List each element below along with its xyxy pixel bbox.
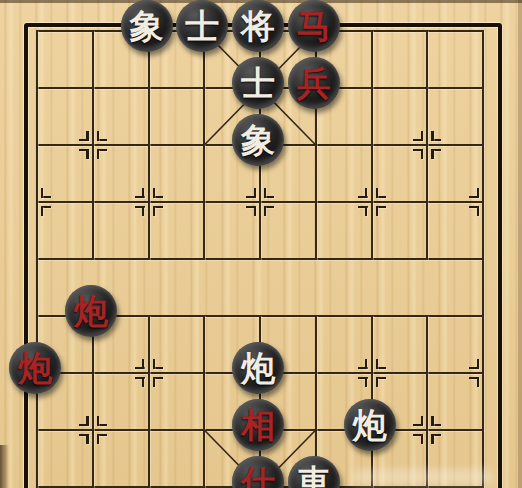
grid-line xyxy=(148,30,150,260)
point-marker xyxy=(86,149,88,159)
point-marker xyxy=(254,188,256,198)
piece-red-cannon[interactable]: 炮 xyxy=(65,285,117,337)
point-marker xyxy=(142,188,144,198)
piece-red-pawn[interactable]: 兵 xyxy=(288,57,340,109)
point-marker xyxy=(365,206,367,216)
grid-line xyxy=(371,30,373,260)
piece-black-general[interactable]: 将 xyxy=(232,0,284,52)
point-marker xyxy=(153,359,155,369)
bottom-left-edge-shade xyxy=(0,445,9,488)
point-marker xyxy=(477,377,479,387)
point-marker xyxy=(153,206,155,216)
point-marker xyxy=(421,416,423,426)
point-marker xyxy=(142,206,144,216)
point-marker xyxy=(97,131,99,141)
point-marker xyxy=(376,377,378,387)
point-marker xyxy=(431,434,433,444)
point-marker xyxy=(142,359,144,369)
point-marker xyxy=(376,188,378,198)
piece-red-elephant[interactable]: 相 xyxy=(232,399,284,451)
point-marker xyxy=(264,206,266,216)
point-marker xyxy=(153,377,155,387)
piece-black-advisor[interactable]: 士 xyxy=(232,57,284,109)
point-marker xyxy=(264,188,266,198)
point-marker xyxy=(254,206,256,216)
piece-black-cannon[interactable]: 炮 xyxy=(344,399,396,451)
point-marker xyxy=(365,377,367,387)
grid-line xyxy=(426,30,428,260)
point-marker xyxy=(97,416,99,426)
point-marker xyxy=(477,206,479,216)
grid-line xyxy=(92,315,94,488)
grid-line xyxy=(426,315,428,488)
point-marker xyxy=(41,188,43,198)
point-marker xyxy=(421,149,423,159)
point-marker xyxy=(376,206,378,216)
point-marker xyxy=(41,206,43,216)
right-edge-shade xyxy=(518,0,522,488)
grid-line xyxy=(148,315,150,488)
xiangqi-board[interactable]: 象士将马士兵象炮炮炮相炮仕車 xyxy=(0,0,522,488)
point-marker xyxy=(477,188,479,198)
point-marker xyxy=(431,149,433,159)
piece-black-advisor[interactable]: 士 xyxy=(176,0,228,52)
point-marker xyxy=(97,434,99,444)
point-marker xyxy=(431,416,433,426)
point-marker xyxy=(365,188,367,198)
piece-black-elephant[interactable]: 象 xyxy=(121,0,173,52)
point-marker xyxy=(142,377,144,387)
point-marker xyxy=(97,149,99,159)
point-marker xyxy=(421,434,423,444)
point-marker xyxy=(86,131,88,141)
point-marker xyxy=(86,416,88,426)
grid-line xyxy=(203,30,205,260)
point-marker xyxy=(431,131,433,141)
piece-black-elephant[interactable]: 象 xyxy=(232,114,284,166)
point-marker xyxy=(477,359,479,369)
point-marker xyxy=(153,188,155,198)
point-marker xyxy=(376,359,378,369)
grid-line xyxy=(92,30,94,260)
point-marker xyxy=(86,434,88,444)
grid-line xyxy=(36,30,38,488)
piece-red-horse[interactable]: 马 xyxy=(288,0,340,52)
point-marker xyxy=(421,131,423,141)
grid-line xyxy=(482,30,484,488)
point-marker xyxy=(365,359,367,369)
piece-black-cannon[interactable]: 炮 xyxy=(232,342,284,394)
piece-red-cannon[interactable]: 炮 xyxy=(9,342,61,394)
watermark-smudge xyxy=(352,469,494,485)
grid-line xyxy=(203,315,205,488)
